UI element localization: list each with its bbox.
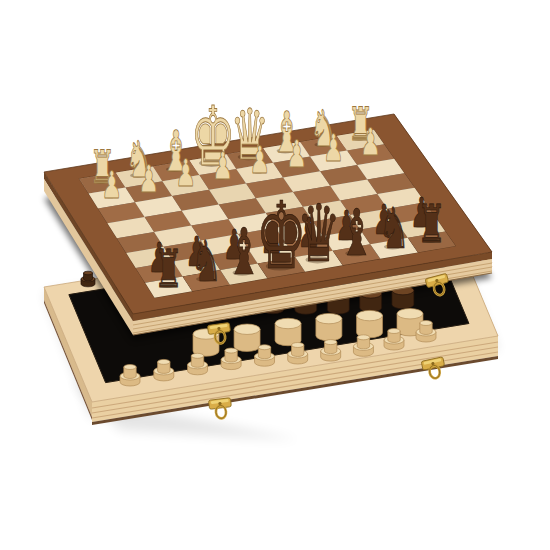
stored-light-stacked-pair — [388, 329, 400, 343]
piece-white-pawn-a2: ♟ — [101, 163, 122, 206]
stored-light-stacked-pair — [124, 365, 136, 379]
stored-light-stacked-pair — [258, 345, 270, 359]
chess-set-scene: ♜♞♝♟♛♟♚♟♝♟♞♟♜♟♟♟♟♟♟♜♟♞♟♝♟♛♟♚♟♝♞♜ — [0, 0, 550, 550]
stored-light-stacked-pair — [420, 321, 432, 335]
chess-set-photo: ♜♞♝♟♛♟♚♟♝♟♞♟♜♟♟♟♟♟♟♜♟♞♟♝♟♛♟♚♟♝♞♜ — [0, 0, 550, 550]
piece-black-bishop-c8: ♝ — [226, 214, 262, 290]
stored-dark-small — [84, 271, 93, 281]
piece-white-pawn-f2: ♟ — [286, 132, 307, 175]
stored-light-stacked-pair — [324, 340, 336, 354]
stored-light-stacked-pair — [357, 335, 369, 349]
stored-light-stacked-pair — [191, 353, 203, 367]
piece-white-pawn-b2: ♟ — [138, 157, 159, 200]
piece-white-pawn-d2: ♟ — [212, 144, 233, 187]
piece-white-pawn-g2: ♟ — [323, 126, 344, 169]
stored-light-stacked-pair — [225, 348, 237, 362]
piece-white-pawn-h2: ♟ — [360, 120, 381, 163]
stored-light-stacked-pair — [158, 359, 170, 373]
piece-black-king-d8: ♚ — [256, 181, 308, 289]
stored-light-cylinder — [357, 310, 383, 337]
stored-light-cylinder — [316, 313, 342, 340]
stored-light-cylinder — [275, 318, 301, 345]
piece-white-pawn-c2: ♟ — [175, 151, 196, 194]
stored-light-stacked-pair — [292, 343, 304, 357]
piece-black-knight-b8: ♞ — [190, 228, 222, 294]
brass-clasp-icon — [208, 398, 232, 420]
piece-black-knight-g8: ♞ — [378, 195, 410, 261]
piece-white-pawn-e2: ♟ — [249, 138, 270, 181]
piece-black-rook-a8: ♜ — [154, 239, 183, 299]
piece-black-rook-h8: ♜ — [417, 194, 446, 254]
stored-light-cylinder — [234, 324, 260, 351]
piece-black-bishop-f8: ♝ — [339, 195, 375, 271]
